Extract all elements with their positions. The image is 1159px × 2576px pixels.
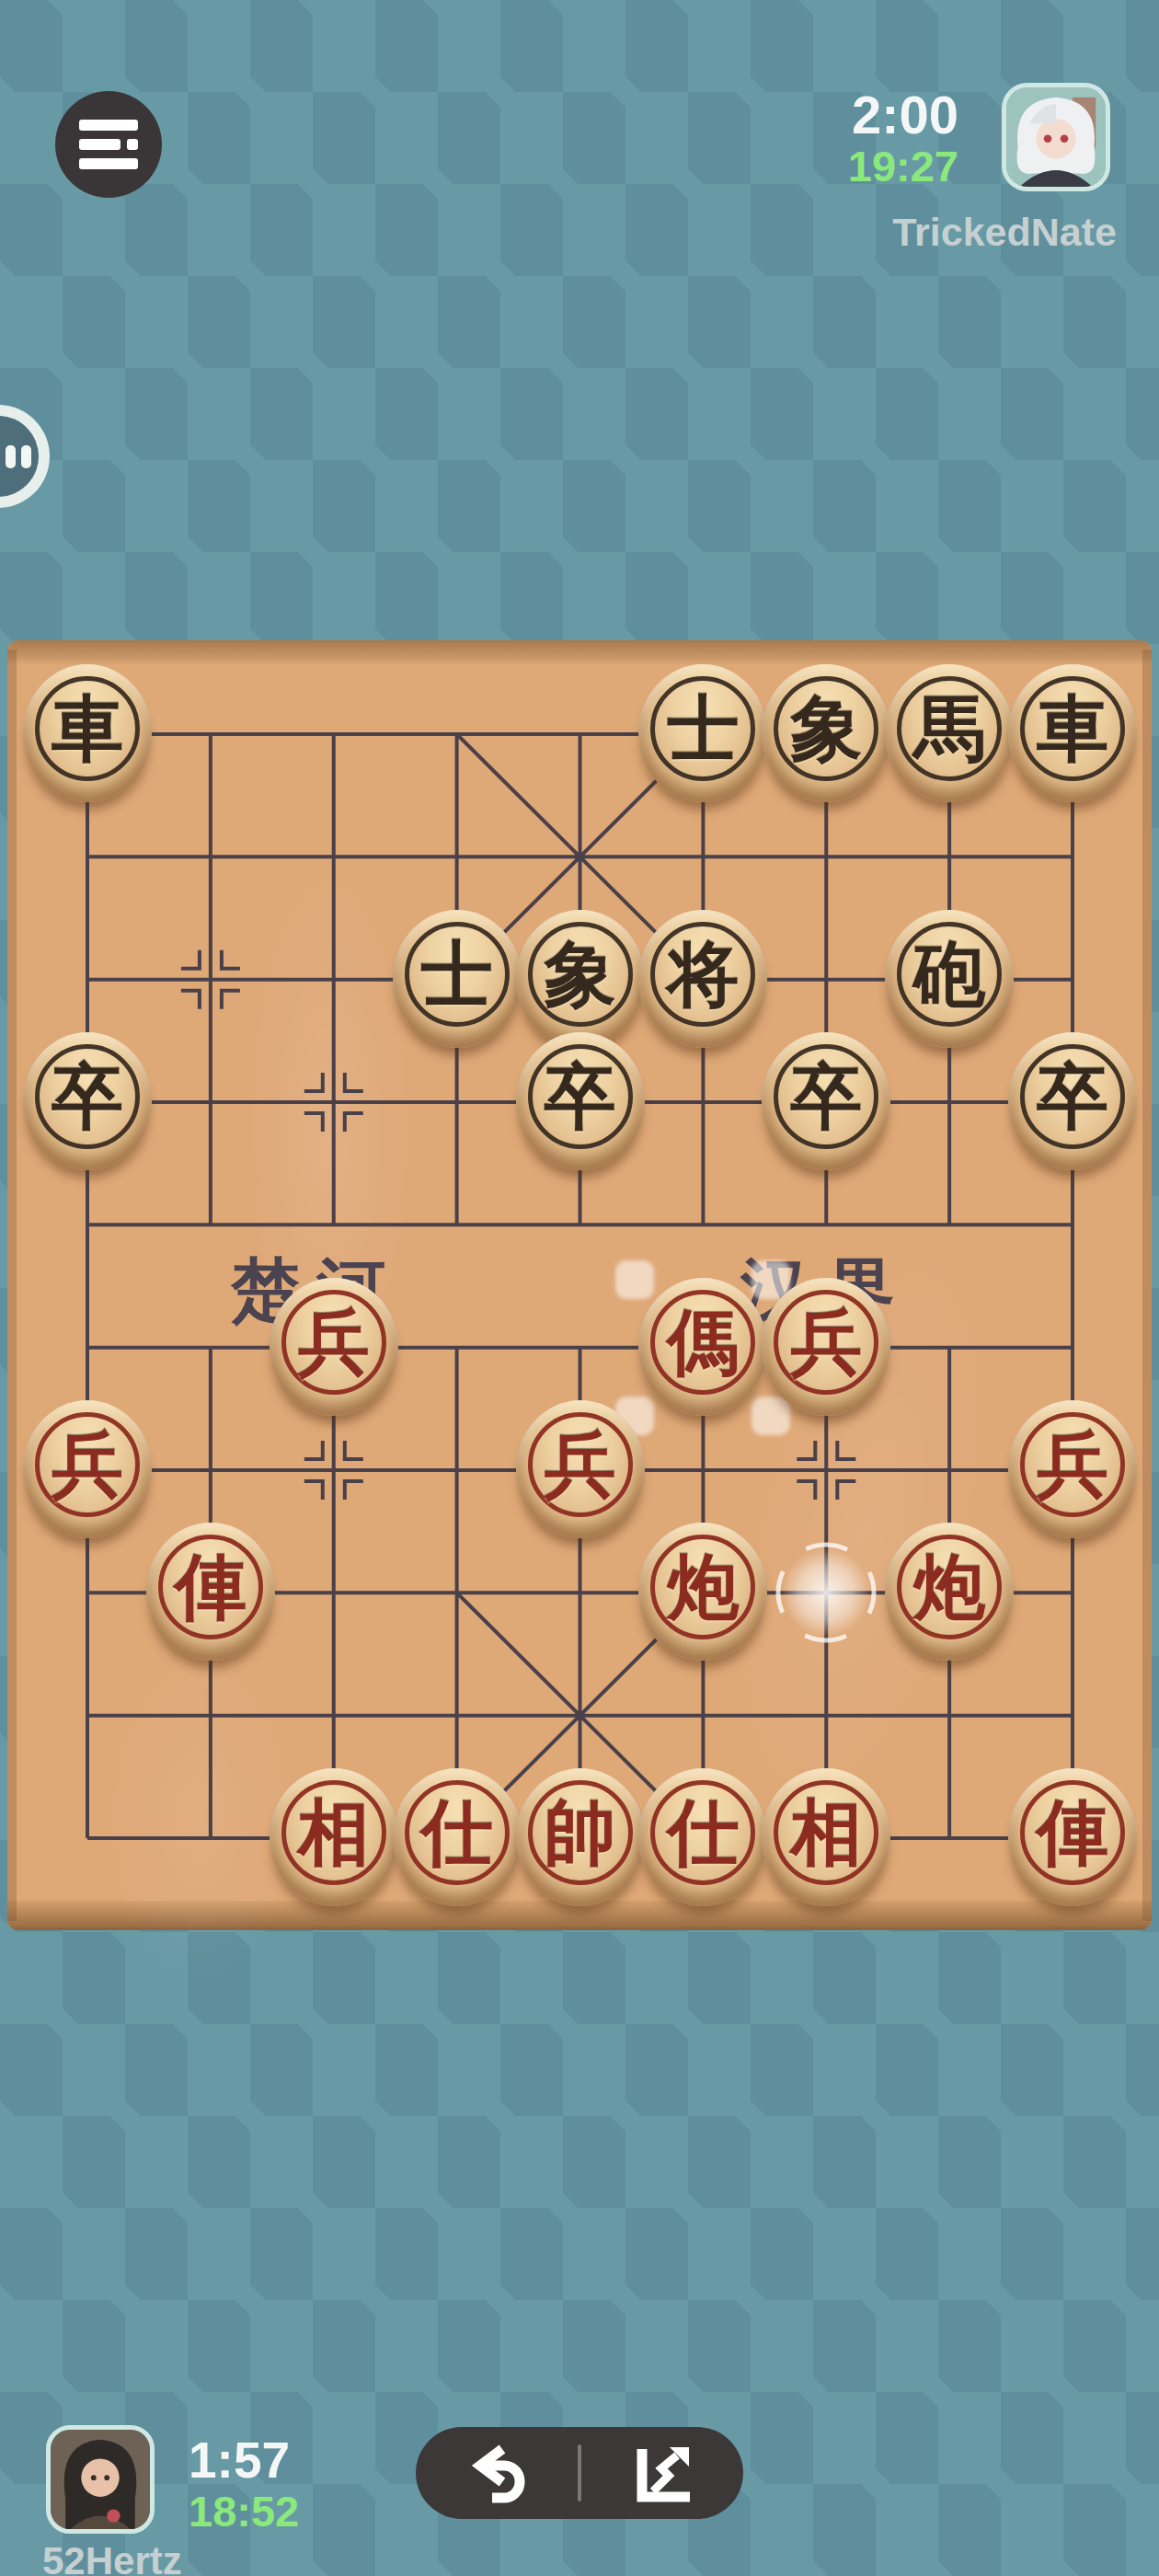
xiangqi-board[interactable]: 楚河 汉界 車士象馬車士象将砲卒卒卒卒兵傌兵兵兵兵俥炮炮相仕帥仕相俥 [7,640,1152,1930]
piece-red-兵[interactable]: 兵 [516,1400,645,1538]
piece-red-兵[interactable]: 兵 [23,1400,152,1538]
top-player-name: TrickedNate [892,210,1117,255]
piece-red-俥[interactable]: 俥 [146,1523,275,1661]
piece-red-兵[interactable]: 兵 [270,1278,398,1416]
piece-black-卒[interactable]: 卒 [762,1032,890,1170]
piece-black-車[interactable]: 車 [1008,664,1137,802]
piece-red-炮[interactable]: 炮 [885,1523,1014,1661]
piece-black-卒[interactable]: 卒 [23,1032,152,1170]
piece-black-卒[interactable]: 卒 [516,1032,645,1170]
bottom-player-avatar [46,2425,155,2534]
chat-bubble-button[interactable] [0,405,50,508]
piece-black-象[interactable]: 象 [762,664,890,802]
piece-red-傌[interactable]: 傌 [638,1278,767,1416]
undo-icon [462,2438,532,2508]
avatar-art [1006,87,1106,187]
pill-divider [578,2444,581,2501]
piece-red-仕[interactable]: 仕 [393,1768,522,1906]
piece-red-相[interactable]: 相 [762,1768,890,1906]
menu-button[interactable] [55,91,162,198]
piece-red-帥[interactable]: 帥 [516,1768,645,1906]
xiangqi-game-screen: 2:00 19:27 TrickedNate 楚河 汉界 車士象馬車士象将砲卒 [0,0,1159,2576]
piece-black-将[interactable]: 将 [638,910,767,1048]
action-pill [416,2427,743,2519]
board-grid-lines [7,640,1152,1930]
chat-bubble-icon [0,416,39,497]
undo-button[interactable] [462,2438,532,2508]
piece-black-砲[interactable]: 砲 [885,910,1014,1048]
hamburger-menu-icon [79,120,138,169]
piece-red-仕[interactable]: 仕 [638,1768,767,1906]
piece-black-車[interactable]: 車 [23,664,152,802]
piece-red-俥[interactable]: 俥 [1008,1768,1137,1906]
piece-red-炮[interactable]: 炮 [638,1523,767,1661]
piece-red-兵[interactable]: 兵 [762,1278,890,1416]
piece-red-相[interactable]: 相 [270,1768,398,1906]
bottom-player-time: 1:57 [189,2431,290,2490]
move-list-button[interactable] [627,2438,697,2508]
piece-black-象[interactable]: 象 [516,910,645,1048]
piece-red-兵[interactable]: 兵 [1008,1400,1137,1538]
move-list-icon [627,2438,697,2508]
piece-black-士[interactable]: 士 [638,664,767,802]
top-player-clock: 2:00 19:27 [848,88,958,191]
piece-black-馬[interactable]: 馬 [885,664,1014,802]
bottom-player-name: 52Hertz [42,2539,182,2576]
piece-black-卒[interactable]: 卒 [1008,1032,1137,1170]
top-player-time-total: 19:27 [848,142,958,191]
piece-black-士[interactable]: 士 [393,910,522,1048]
top-player-avatar [1002,83,1110,191]
avatar-art [51,2430,150,2529]
top-player-time: 2:00 [848,88,958,142]
bottom-player-time-total: 18:52 [189,2486,299,2536]
